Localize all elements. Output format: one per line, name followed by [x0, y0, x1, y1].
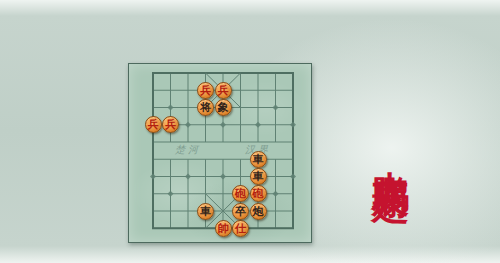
river-label-chuhe: 楚河 — [166, 143, 210, 157]
piece-red-兵[interactable]: 兵 — [145, 116, 162, 133]
xiangqi-board[interactable]: 楚河 汉界 兵兵将象兵兵車車砲砲車卒炮帥仕 — [128, 63, 312, 243]
piece-red-兵[interactable]: 兵 — [197, 82, 214, 99]
piece-black-象[interactable]: 象 — [215, 99, 232, 116]
piece-black-車[interactable]: 車 — [250, 151, 267, 168]
puzzle-title: 大鹏展翅 — [367, 57, 413, 245]
piece-black-卒[interactable]: 卒 — [232, 203, 249, 220]
piece-black-将[interactable]: 将 — [197, 99, 214, 116]
piece-red-兵[interactable]: 兵 — [215, 82, 232, 99]
piece-red-砲[interactable]: 砲 — [250, 185, 267, 202]
piece-red-帥[interactable]: 帥 — [215, 220, 232, 237]
piece-black-炮[interactable]: 炮 — [250, 203, 267, 220]
piece-black-車[interactable]: 車 — [250, 168, 267, 185]
piece-red-仕[interactable]: 仕 — [232, 220, 249, 237]
piece-black-車[interactable]: 車 — [197, 203, 214, 220]
